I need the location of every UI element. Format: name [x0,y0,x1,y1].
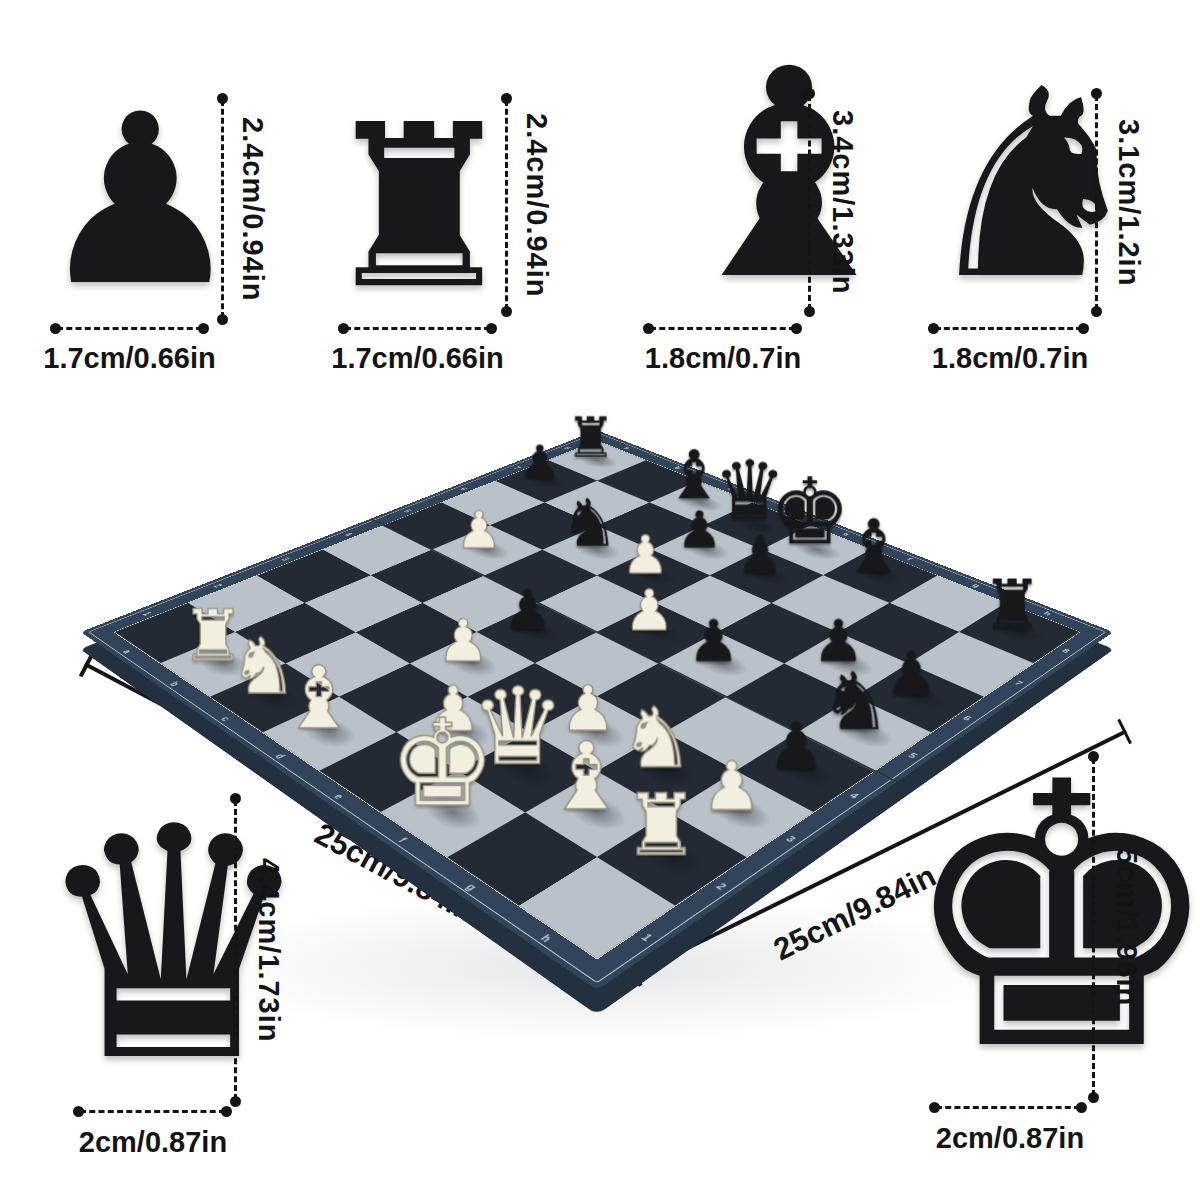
king-height-label: 5cm/1.96in [1110,760,1143,1095]
black-pawn[interactable]: ♟ [885,647,939,701]
black-knight[interactable]: ♞ [820,665,892,737]
white-king[interactable]: ♚ [388,710,496,818]
white-pawn[interactable]: ♟ [437,615,489,667]
black-rook[interactable]: ♜ [982,575,1043,636]
white-rook[interactable]: ♜ [624,787,700,864]
white-pawn[interactable]: ♟ [624,586,674,637]
black-pawn[interactable]: ♟ [767,718,825,776]
knight-height-label: 3.1cm/1.2in [1112,95,1145,310]
black-pawn[interactable]: ♟ [677,507,723,553]
white-pawn[interactable]: ♟ [622,532,669,580]
black-rook[interactable]: ♜ [565,413,615,463]
black-pawn[interactable]: ♟ [518,441,560,483]
queen-width-line [80,1110,225,1113]
white-pawn[interactable]: ♟ [702,758,762,819]
pawn-height-line [221,100,224,318]
white-knight[interactable]: ♞ [620,701,695,776]
white-pawn[interactable]: ♟ [456,507,502,553]
black-pawn[interactable]: ♟ [736,532,783,580]
board-squares: ♜♝♛♚♝♜♟♟♟♞♟♟♟♟♟♟♞♟♟♟♟♞♟♟♛♝♜♜♞♝♚ [115,441,1079,959]
pawn-width-line [57,327,202,330]
king-width-label: 2cm/0.87in [905,1122,1115,1155]
black-pawn[interactable]: ♟ [503,586,553,637]
white-bishop[interactable]: ♝ [280,659,358,737]
black-knight[interactable]: ♞ [560,494,619,553]
chess-board: abcdefgh abcdefgh 87654321 87654321 ♜♝♛♚… [232,267,962,997]
product-image: ♟ 2.4cm/0.94in 1.7cm/0.66in ♜ 2.4cm/0.94… [0,0,1200,1200]
knight-height-line [1095,95,1098,310]
king-height-line [1092,758,1095,1096]
pawn-width-label: 1.7cm/0.66in [27,342,232,375]
black-bishop[interactable]: ♝ [840,513,906,579]
black-pawn-icon: ♟ [35,83,235,318]
king-width-line [936,1106,1080,1109]
queen-width-label: 2cm/0.87in [48,1126,258,1159]
white-bishop[interactable]: ♝ [545,734,629,818]
black-pawn[interactable]: ♟ [687,615,739,667]
